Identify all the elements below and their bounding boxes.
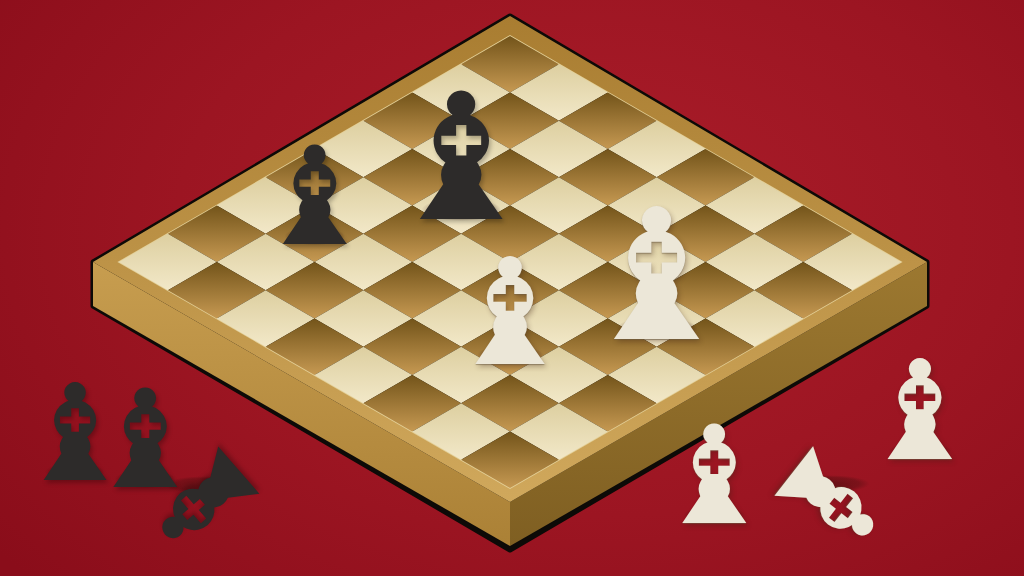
white-bishop-e2[interactable]: ♝	[575, 185, 738, 367]
white-bishop-c3[interactable]: ♝	[444, 238, 577, 386]
black-bishop-e6[interactable]: ♝	[382, 71, 540, 247]
chess-scene: ♝♝♝♝♝♝♝♝♝♝	[0, 0, 1024, 576]
white-bishop-tray-1[interactable]: ♝	[653, 408, 775, 544]
black-bishop-c7[interactable]: ♝	[254, 129, 376, 265]
